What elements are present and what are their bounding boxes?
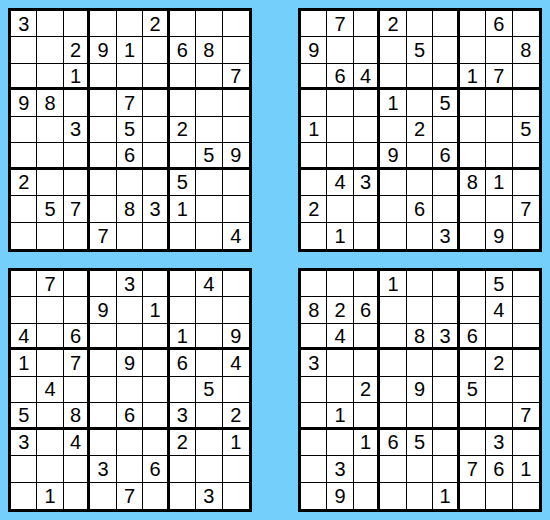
cell-r9c5: [407, 223, 433, 249]
sudoku-sheet: 322916817987352659255783174 726958641715…: [0, 0, 550, 520]
cell-r4c5: 7: [117, 90, 143, 116]
cell-r2c5: [407, 297, 433, 323]
cell-r7c1: 2: [11, 170, 37, 196]
cell-r1c4: [90, 11, 116, 37]
cell-r5c5: 9: [407, 377, 433, 403]
cell-r3c5: 8: [407, 324, 433, 350]
cell-r7c7: 8: [460, 170, 486, 196]
cell-r1c8: 5: [486, 271, 512, 297]
cell-r2c2: 2: [327, 297, 353, 323]
cell-r4c8: [196, 90, 222, 116]
cell-r9c5: [117, 223, 143, 249]
cell-r7c5: [117, 170, 143, 196]
cell-r1c2: 7: [327, 11, 353, 37]
cell-r6c3: [64, 143, 90, 169]
cell-r9c3: [64, 223, 90, 249]
cell-r5c1: [301, 377, 327, 403]
cell-r7c6: [143, 430, 169, 456]
cell-r7c3: [64, 170, 90, 196]
cell-r5c9: 5: [513, 117, 539, 143]
cell-r6c2: [37, 143, 63, 169]
cell-r3c4: [90, 64, 116, 90]
cell-r2c7: [170, 297, 196, 323]
cell-r8c5: [117, 456, 143, 482]
cell-r2c6: 1: [143, 297, 169, 323]
cell-r5c8: [196, 117, 222, 143]
cell-r6c5: [407, 143, 433, 169]
cell-r6c1: [301, 403, 327, 429]
cell-r3c5: [407, 64, 433, 90]
cell-r5c8: [486, 377, 512, 403]
cell-r2c1: [11, 297, 37, 323]
cell-r1c4: [90, 271, 116, 297]
cell-r2c4: 9: [90, 297, 116, 323]
cell-r2c6: [143, 37, 169, 63]
cell-r5c2: [327, 377, 353, 403]
cell-r5c2: [327, 117, 353, 143]
cell-r1c2: [327, 271, 353, 297]
cell-r5c7: [460, 117, 486, 143]
cell-r8c4: [380, 456, 406, 482]
cell-r9c4: [380, 483, 406, 509]
cell-r7c4: [380, 170, 406, 196]
sudoku-board-bottom-right: 158264483632295171653376191: [298, 268, 542, 512]
cell-r4c7: [170, 90, 196, 116]
cell-r7c8: 3: [486, 430, 512, 456]
cell-r6c7: 3: [170, 403, 196, 429]
cell-r3c7: [170, 64, 196, 90]
cell-r5c7: [170, 377, 196, 403]
cell-r8c2: 3: [327, 456, 353, 482]
cell-r9c4: [380, 223, 406, 249]
cell-r9c2: 9: [327, 483, 353, 509]
cell-r5c4: [380, 377, 406, 403]
cell-r4c6: 5: [433, 90, 459, 116]
cell-r9c7: [170, 223, 196, 249]
cell-r4c4: [90, 90, 116, 116]
cell-r9c3: [64, 483, 90, 509]
cell-r2c8: 4: [486, 297, 512, 323]
cell-r3c8: [196, 64, 222, 90]
cell-r8c6: [433, 196, 459, 222]
cell-r8c2: 5: [37, 196, 63, 222]
cell-r9c1: [301, 223, 327, 249]
cell-r8c6: 3: [143, 196, 169, 222]
cell-r1c5: 3: [117, 271, 143, 297]
cell-r3c5: [117, 64, 143, 90]
cell-r7c8: [196, 430, 222, 456]
cell-r9c4: 7: [90, 223, 116, 249]
cell-r9c6: [143, 223, 169, 249]
cell-r2c9: [513, 297, 539, 323]
cell-r5c9: [223, 377, 249, 403]
cell-r1c8: [196, 11, 222, 37]
cell-r1c7: [170, 271, 196, 297]
cell-r7c9: 1: [223, 430, 249, 456]
cell-r4c9: 4: [223, 350, 249, 376]
cell-r5c2: [37, 117, 63, 143]
cell-r2c1: 8: [301, 297, 327, 323]
cell-r5c3: 3: [64, 117, 90, 143]
cell-r4c8: 2: [486, 350, 512, 376]
cell-r3c3: 4: [354, 64, 380, 90]
cell-r8c3: [354, 196, 380, 222]
cell-r1c7: [170, 11, 196, 37]
cell-r8c1: 2: [301, 196, 327, 222]
cell-r2c8: [486, 37, 512, 63]
cell-r7c7: [460, 430, 486, 456]
cell-r3c7: 1: [460, 64, 486, 90]
cell-r7c2: [37, 430, 63, 456]
cell-r8c7: [460, 196, 486, 222]
cell-r7c9: [513, 170, 539, 196]
cell-r2c5: 5: [407, 37, 433, 63]
cell-r7c7: 2: [170, 430, 196, 456]
cell-r6c8: [486, 403, 512, 429]
cell-r9c1: [11, 483, 37, 509]
cell-r5c9: [223, 117, 249, 143]
cell-r3c2: 6: [327, 64, 353, 90]
cell-r8c5: 8: [117, 196, 143, 222]
cell-r7c9: [223, 170, 249, 196]
cell-r8c6: [433, 456, 459, 482]
cell-r9c2: 1: [37, 483, 63, 509]
cell-r8c9: 7: [513, 196, 539, 222]
cell-r1c6: 2: [143, 11, 169, 37]
cell-r9c8: [486, 483, 512, 509]
cell-r6c4: [90, 143, 116, 169]
cell-r9c3: [354, 483, 380, 509]
cell-r3c7: 1: [170, 324, 196, 350]
cell-r4c3: [354, 90, 380, 116]
cell-r8c5: [407, 456, 433, 482]
cell-r5c1: [11, 377, 37, 403]
cell-r5c3: 2: [354, 377, 380, 403]
cell-r9c9: [223, 483, 249, 509]
cell-r3c3: 6: [64, 324, 90, 350]
cell-r5c6: [143, 377, 169, 403]
cell-r4c7: [460, 90, 486, 116]
cell-r1c8: 6: [486, 11, 512, 37]
cell-r6c9: 9: [223, 143, 249, 169]
cell-r7c3: 1: [354, 430, 380, 456]
cell-r7c6: [433, 430, 459, 456]
cell-r3c6: [143, 324, 169, 350]
cell-r5c9: [513, 377, 539, 403]
cell-r2c5: [117, 297, 143, 323]
cell-r2c7: 6: [170, 37, 196, 63]
cell-r6c5: [407, 403, 433, 429]
cell-r1c9: [223, 271, 249, 297]
cell-r9c5: [407, 483, 433, 509]
cell-r6c8: 5: [196, 143, 222, 169]
cell-r6c7: [460, 143, 486, 169]
cell-r2c4: 9: [90, 37, 116, 63]
cell-r2c5: 1: [117, 37, 143, 63]
cell-r3c3: 1: [64, 64, 90, 90]
cell-r7c9: [513, 430, 539, 456]
cell-r8c3: 7: [64, 196, 90, 222]
cell-r5c7: 2: [170, 117, 196, 143]
cell-r6c5: 6: [117, 403, 143, 429]
cell-r2c3: 2: [64, 37, 90, 63]
cell-r6c5: 6: [117, 143, 143, 169]
cell-r4c1: 3: [301, 350, 327, 376]
cell-r7c6: [433, 170, 459, 196]
cell-r1c5: [407, 271, 433, 297]
cell-r6c4: [380, 403, 406, 429]
cell-r3c5: [117, 324, 143, 350]
cell-r3c6: [433, 64, 459, 90]
cell-r8c9: [223, 456, 249, 482]
cell-r2c6: [433, 297, 459, 323]
cell-r5c8: [486, 117, 512, 143]
cell-r2c9: [223, 297, 249, 323]
cell-r7c3: 4: [64, 430, 90, 456]
cell-r3c9: 9: [223, 324, 249, 350]
cell-r4c6: [143, 90, 169, 116]
cell-r8c1: [301, 456, 327, 482]
cell-r4c5: 9: [117, 350, 143, 376]
cell-r9c7: [170, 483, 196, 509]
cell-r9c3: [354, 223, 380, 249]
cell-r4c4: [90, 350, 116, 376]
cell-r4c2: [327, 90, 353, 116]
cell-r8c4: [90, 196, 116, 222]
cell-r4c1: 1: [11, 350, 37, 376]
cell-r6c8: [196, 403, 222, 429]
cell-r1c9: [513, 11, 539, 37]
cell-r8c7: 1: [170, 196, 196, 222]
cell-r1c4: 2: [380, 11, 406, 37]
cell-r3c4: [380, 64, 406, 90]
cell-r4c2: 8: [37, 90, 63, 116]
cell-r1c5: [117, 11, 143, 37]
cell-r4c8: [486, 90, 512, 116]
cell-r7c1: 3: [11, 430, 37, 456]
cell-r4c1: [301, 90, 327, 116]
cell-r3c6: 3: [433, 324, 459, 350]
sudoku-board-bottom-left: 734914619179644558632342136173: [8, 268, 252, 512]
cell-r7c2: [327, 430, 353, 456]
cell-r5c4: [380, 117, 406, 143]
cell-r3c7: 6: [460, 324, 486, 350]
cell-r3c1: [301, 324, 327, 350]
cell-r5c6: [143, 117, 169, 143]
cell-r4c7: [460, 350, 486, 376]
cell-r1c3: [64, 11, 90, 37]
cell-r1c1: [11, 271, 37, 297]
cell-r8c5: 6: [407, 196, 433, 222]
cell-r9c9: 4: [223, 223, 249, 249]
cell-r7c6: [143, 170, 169, 196]
cell-r4c4: 1: [380, 90, 406, 116]
cell-r9c1: [301, 483, 327, 509]
cell-r3c4: [380, 324, 406, 350]
cell-r9c6: [143, 483, 169, 509]
cell-r4c3: [64, 90, 90, 116]
cell-r2c6: [433, 37, 459, 63]
cell-r2c2: [327, 37, 353, 63]
cell-r2c7: [460, 297, 486, 323]
cell-r4c2: [37, 350, 63, 376]
cell-r5c5: [117, 377, 143, 403]
sudoku-board-top-left: 322916817987352659255783174: [8, 8, 252, 252]
cell-r1c7: [460, 11, 486, 37]
cell-r9c6: 1: [433, 483, 459, 509]
cell-r8c6: 6: [143, 456, 169, 482]
cell-r8c9: [223, 196, 249, 222]
sudoku-board-top-right: 726958641715125964381267139: [298, 8, 542, 252]
cell-r6c2: [327, 143, 353, 169]
cell-r8c8: [196, 456, 222, 482]
cell-r5c5: 2: [407, 117, 433, 143]
cell-r9c7: [460, 483, 486, 509]
cell-r2c8: 8: [196, 37, 222, 63]
cell-r1c9: [513, 271, 539, 297]
cell-r7c2: 4: [327, 170, 353, 196]
cell-r7c2: [37, 170, 63, 196]
cell-r2c1: 9: [301, 37, 327, 63]
cell-r3c2: [37, 324, 63, 350]
cell-r1c8: 4: [196, 271, 222, 297]
cell-r1c3: [354, 271, 380, 297]
cell-r6c9: 2: [223, 403, 249, 429]
cell-r7c4: [90, 170, 116, 196]
cell-r2c7: [460, 37, 486, 63]
cell-r6c6: [143, 143, 169, 169]
cell-r2c4: [380, 297, 406, 323]
cell-r6c9: [513, 143, 539, 169]
cell-r9c8: [196, 223, 222, 249]
cell-r3c2: [37, 64, 63, 90]
cell-r3c1: [301, 64, 327, 90]
cell-r7c1: [301, 430, 327, 456]
cell-r4c7: 6: [170, 350, 196, 376]
cell-r6c6: [143, 403, 169, 429]
cell-r8c7: [170, 456, 196, 482]
cell-r8c1: [11, 456, 37, 482]
cell-r6c3: [354, 143, 380, 169]
cell-r9c7: [460, 223, 486, 249]
cell-r9c1: [11, 223, 37, 249]
cell-r8c8: [196, 196, 222, 222]
cell-r3c1: 4: [11, 324, 37, 350]
cell-r2c9: [223, 37, 249, 63]
cell-r6c1: 5: [11, 403, 37, 429]
cell-r8c3: [354, 456, 380, 482]
cell-r3c3: [354, 324, 380, 350]
cell-r3c4: [90, 324, 116, 350]
cell-r6c2: [37, 403, 63, 429]
cell-r6c6: 6: [433, 143, 459, 169]
cell-r1c1: 3: [11, 11, 37, 37]
cell-r9c4: [90, 483, 116, 509]
cell-r9c2: 1: [327, 223, 353, 249]
cell-r1c6: [143, 271, 169, 297]
cell-r4c5: [407, 350, 433, 376]
cell-r4c3: 7: [64, 350, 90, 376]
cell-r4c5: [407, 90, 433, 116]
cell-r5c6: [433, 377, 459, 403]
cell-r7c7: 5: [170, 170, 196, 196]
cell-r6c7: [460, 403, 486, 429]
cell-r6c3: 8: [64, 403, 90, 429]
cell-r6c4: 9: [380, 143, 406, 169]
cell-r4c2: [327, 350, 353, 376]
cell-r8c8: 6: [486, 456, 512, 482]
cell-r4c6: [143, 350, 169, 376]
cell-r8c7: 7: [460, 456, 486, 482]
cell-r4c8: [196, 350, 222, 376]
cell-r8c2: [37, 456, 63, 482]
cell-r2c1: [11, 37, 37, 63]
cell-r4c4: [380, 350, 406, 376]
cell-r6c7: [170, 143, 196, 169]
cell-r6c4: [90, 403, 116, 429]
cell-r2c3: [354, 37, 380, 63]
cell-r9c6: 3: [433, 223, 459, 249]
cell-r5c4: [90, 377, 116, 403]
cell-r3c9: 7: [223, 64, 249, 90]
cell-r1c4: 1: [380, 271, 406, 297]
cell-r2c2: [37, 37, 63, 63]
cell-r1c3: [354, 11, 380, 37]
cell-r5c1: 1: [301, 117, 327, 143]
cell-r8c1: [11, 196, 37, 222]
cell-r8c3: [64, 456, 90, 482]
cell-r6c3: [354, 403, 380, 429]
cell-r7c1: [301, 170, 327, 196]
cell-r9c2: [37, 223, 63, 249]
cell-r3c8: 7: [486, 64, 512, 90]
cell-r1c5: [407, 11, 433, 37]
cell-r2c9: 8: [513, 37, 539, 63]
cell-r1c1: [301, 271, 327, 297]
cell-r4c9: [513, 90, 539, 116]
cell-r6c6: [433, 403, 459, 429]
cell-r8c9: 1: [513, 456, 539, 482]
cell-r1c7: [460, 271, 486, 297]
cell-r5c2: 4: [37, 377, 63, 403]
cell-r9c5: 7: [117, 483, 143, 509]
cell-r1c6: [433, 271, 459, 297]
cell-r5c3: [354, 117, 380, 143]
cell-r6c2: 1: [327, 403, 353, 429]
cell-r1c6: [433, 11, 459, 37]
cell-r5c1: [11, 117, 37, 143]
cell-r9c9: [513, 223, 539, 249]
cell-r5c3: [64, 377, 90, 403]
cell-r2c8: [196, 297, 222, 323]
cell-r7c4: [90, 430, 116, 456]
cell-r4c9: [513, 350, 539, 376]
cell-r9c8: 3: [196, 483, 222, 509]
cell-r3c1: [11, 64, 37, 90]
cell-r2c2: [37, 297, 63, 323]
cell-r3c9: [513, 324, 539, 350]
cell-r1c2: 7: [37, 271, 63, 297]
cell-r4c9: [223, 90, 249, 116]
cell-r7c5: [407, 170, 433, 196]
cell-r4c1: 9: [11, 90, 37, 116]
cell-r3c8: [196, 324, 222, 350]
cell-r9c8: 9: [486, 223, 512, 249]
cell-r4c6: [433, 350, 459, 376]
cell-r8c2: [327, 196, 353, 222]
cell-r5c7: 5: [460, 377, 486, 403]
cell-r1c1: [301, 11, 327, 37]
